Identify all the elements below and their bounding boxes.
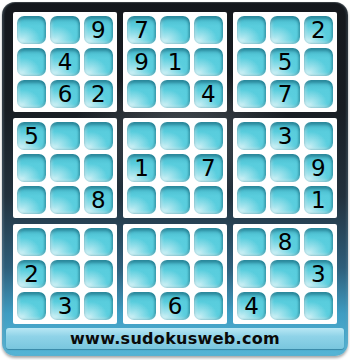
cell-r3c9[interactable] [304,80,333,108]
cell-r2c6[interactable] [194,48,223,76]
cell-r9c8[interactable] [270,292,299,320]
box-2-2: 17 [123,118,227,218]
cell-r2c4[interactable]: 9 [127,48,156,76]
cell-r5c1[interactable] [17,154,46,182]
cell-r2c8[interactable]: 5 [270,48,299,76]
cell-r7c7[interactable] [237,228,266,256]
cell-r4c8[interactable]: 3 [270,122,299,150]
cell-r6c8[interactable] [270,186,299,214]
cell-r1c7[interactable] [237,16,266,44]
cell-r5c6[interactable]: 7 [194,154,223,182]
cell-r1c8[interactable] [270,16,299,44]
cell-r3c8[interactable]: 7 [270,80,299,108]
cell-r5c5[interactable] [160,154,189,182]
cell-r4c3[interactable] [84,122,113,150]
cell-r9c9[interactable] [304,292,333,320]
cell-r4c7[interactable] [237,122,266,150]
box-3-3: 834 [233,224,337,324]
sudoku-grid: 946279142575817391236834 [13,12,337,324]
cell-r8c5[interactable] [160,260,189,288]
cell-r2c2[interactable]: 4 [50,48,79,76]
cell-r8c8[interactable] [270,260,299,288]
cell-r3c2[interactable]: 6 [50,80,79,108]
cell-r4c1[interactable]: 5 [17,122,46,150]
box-1-2: 7914 [123,12,227,112]
cell-r7c8[interactable]: 8 [270,228,299,256]
cell-r7c4[interactable] [127,228,156,256]
cell-r8c6[interactable] [194,260,223,288]
box-1-1: 9462 [13,12,117,112]
cell-r1c5[interactable] [160,16,189,44]
cell-r1c1[interactable] [17,16,46,44]
cell-r9c4[interactable] [127,292,156,320]
cell-r4c5[interactable] [160,122,189,150]
cell-r1c9[interactable]: 2 [304,16,333,44]
cell-r8c3[interactable] [84,260,113,288]
cell-r6c4[interactable] [127,186,156,214]
cell-r5c3[interactable] [84,154,113,182]
cell-r2c5[interactable]: 1 [160,48,189,76]
cell-r1c4[interactable]: 7 [127,16,156,44]
cell-r3c7[interactable] [237,80,266,108]
cell-r5c2[interactable] [50,154,79,182]
cell-r8c7[interactable] [237,260,266,288]
cell-r8c9[interactable]: 3 [304,260,333,288]
cell-r9c6[interactable] [194,292,223,320]
cell-r5c8[interactable] [270,154,299,182]
cell-r1c2[interactable] [50,16,79,44]
page: 946279142575817391236834 www.sudokusweb.… [0,0,350,360]
cell-r7c5[interactable] [160,228,189,256]
box-3-2: 6 [123,224,227,324]
cell-r1c6[interactable] [194,16,223,44]
footer-bar: www.sudokusweb.com [6,328,344,349]
cell-r2c1[interactable] [17,48,46,76]
cell-r3c5[interactable] [160,80,189,108]
cell-r4c2[interactable] [50,122,79,150]
cell-r3c6[interactable]: 4 [194,80,223,108]
cell-r7c2[interactable] [50,228,79,256]
cell-r4c9[interactable] [304,122,333,150]
cell-r5c7[interactable] [237,154,266,182]
cell-r9c1[interactable] [17,292,46,320]
cell-r5c9[interactable]: 9 [304,154,333,182]
box-2-1: 58 [13,118,117,218]
cell-r6c9[interactable]: 1 [304,186,333,214]
box-1-3: 257 [233,12,337,112]
box-3-1: 23 [13,224,117,324]
cell-r2c9[interactable] [304,48,333,76]
cell-r2c7[interactable] [237,48,266,76]
cell-r3c1[interactable] [17,80,46,108]
cell-r4c4[interactable] [127,122,156,150]
cell-r9c5[interactable]: 6 [160,292,189,320]
cell-r2c3[interactable] [84,48,113,76]
cell-r5c4[interactable]: 1 [127,154,156,182]
cell-r8c4[interactable] [127,260,156,288]
cell-r6c3[interactable]: 8 [84,186,113,214]
cell-r1c3[interactable]: 9 [84,16,113,44]
cell-r6c6[interactable] [194,186,223,214]
cell-r3c4[interactable] [127,80,156,108]
cell-r6c7[interactable] [237,186,266,214]
cell-r8c1[interactable]: 2 [17,260,46,288]
sudoku-board: 946279142575817391236834 www.sudokusweb.… [2,2,348,356]
cell-r6c2[interactable] [50,186,79,214]
website-url[interactable]: www.sudokusweb.com [70,329,280,348]
cell-r7c6[interactable] [194,228,223,256]
cell-r7c1[interactable] [17,228,46,256]
cell-r6c5[interactable] [160,186,189,214]
cell-r9c7[interactable]: 4 [237,292,266,320]
cell-r7c3[interactable] [84,228,113,256]
cell-r8c2[interactable] [50,260,79,288]
cell-r7c9[interactable] [304,228,333,256]
cell-r3c3[interactable]: 2 [84,80,113,108]
cell-r6c1[interactable] [17,186,46,214]
cell-r9c2[interactable]: 3 [50,292,79,320]
box-2-3: 391 [233,118,337,218]
cell-r4c6[interactable] [194,122,223,150]
cell-r9c3[interactable] [84,292,113,320]
